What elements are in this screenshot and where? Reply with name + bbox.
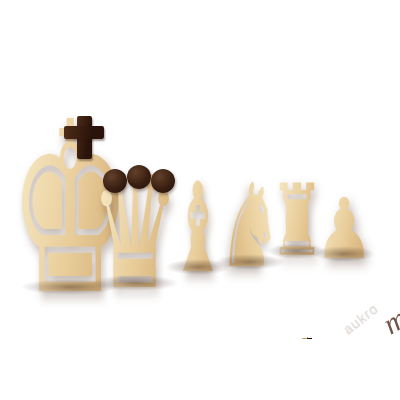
piece-pawn[interactable]: ♟	[315, 187, 374, 271]
product-photo: ♚♛♝♞♜♟ aukro m	[0, 0, 400, 400]
piece-queen[interactable]: ♛	[90, 150, 180, 312]
